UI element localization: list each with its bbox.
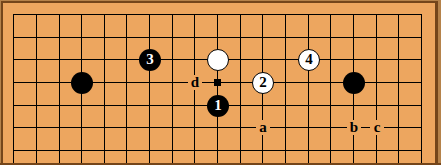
white-stone [207,49,229,71]
black-stone [71,72,93,94]
black-stone-move-1: 1 [207,95,229,117]
grid-line-horizontal [13,37,422,38]
go-diagram: 3124dabc [0,0,441,165]
hoshi-star-point [214,79,221,86]
frame-left-dark [1,1,3,165]
white-stone-move-4: 4 [298,49,320,71]
frame-top-dark [0,1,441,3]
grid-line-horizontal [13,150,422,151]
grid-line-horizontal [13,14,422,15]
point-label-b: b [347,120,361,135]
stone-move-number: 2 [259,75,267,90]
black-stone-move-3: 3 [139,49,161,71]
stone-move-number: 3 [146,52,154,67]
white-stone-move-2: 2 [252,72,274,94]
frame-bottom-dark [0,163,441,165]
black-stone [343,72,365,94]
point-label-a: a [256,120,270,135]
point-label-d: d [188,75,202,90]
stone-move-number: 1 [214,98,222,113]
point-label-c: c [370,120,384,135]
stone-move-number: 4 [305,52,313,67]
